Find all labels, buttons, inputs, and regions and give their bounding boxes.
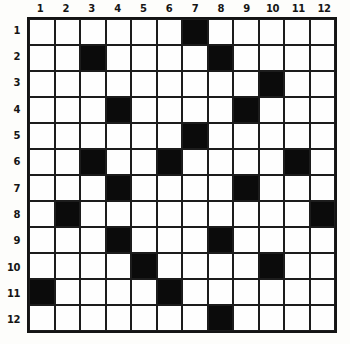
cell-r1c3[interactable] bbox=[80, 19, 106, 45]
column-label-12: 12 bbox=[311, 1, 337, 16]
cell-r8c5[interactable] bbox=[131, 201, 157, 227]
column-label-2: 2 bbox=[53, 1, 79, 16]
cell-r8c2-black bbox=[55, 201, 81, 227]
cell-r7c6[interactable] bbox=[157, 175, 183, 201]
cell-r10c11[interactable] bbox=[284, 253, 310, 279]
row-label-7: 7 bbox=[0, 175, 25, 201]
cell-r5c11[interactable] bbox=[284, 123, 310, 149]
row-label-12: 12 bbox=[0, 307, 25, 333]
cell-r12c8-black bbox=[208, 305, 234, 331]
cell-r1c7-black bbox=[182, 19, 208, 45]
cell-r7c12[interactable] bbox=[310, 175, 336, 201]
cell-r2c8-black bbox=[208, 45, 234, 71]
cell-r1c12[interactable] bbox=[310, 19, 336, 45]
cell-r5c12[interactable] bbox=[310, 123, 336, 149]
row-label-4: 4 bbox=[0, 96, 25, 122]
cell-r4c5[interactable] bbox=[131, 97, 157, 123]
row-label-10: 10 bbox=[0, 254, 25, 280]
cell-r3c7[interactable] bbox=[182, 71, 208, 97]
cell-r9c12[interactable] bbox=[310, 227, 336, 253]
cell-r2c9[interactable] bbox=[233, 45, 259, 71]
cell-r12c11[interactable] bbox=[284, 305, 310, 331]
cell-r9c9[interactable] bbox=[233, 227, 259, 253]
cell-r10c6[interactable] bbox=[157, 253, 183, 279]
cell-r12c4[interactable] bbox=[106, 305, 132, 331]
cell-r2c12[interactable] bbox=[310, 45, 336, 71]
cell-r10c2[interactable] bbox=[55, 253, 81, 279]
column-label-10: 10 bbox=[260, 1, 286, 16]
cell-r11c1-black bbox=[29, 279, 55, 305]
column-label-4: 4 bbox=[105, 1, 131, 16]
cell-r2c7[interactable] bbox=[182, 45, 208, 71]
cell-r8c9[interactable] bbox=[233, 201, 259, 227]
cell-r1c1[interactable] bbox=[29, 19, 55, 45]
cell-r12c12[interactable] bbox=[310, 305, 336, 331]
row-label-9: 9 bbox=[0, 228, 25, 254]
cell-r5c9[interactable] bbox=[233, 123, 259, 149]
cell-r11c5[interactable] bbox=[131, 279, 157, 305]
cell-r3c1[interactable] bbox=[29, 71, 55, 97]
cell-r7c11[interactable] bbox=[284, 175, 310, 201]
cell-r5c7-black bbox=[182, 123, 208, 149]
cell-r4c11[interactable] bbox=[284, 97, 310, 123]
cell-r12c3[interactable] bbox=[80, 305, 106, 331]
cell-r2c5[interactable] bbox=[131, 45, 157, 71]
cell-r6c1[interactable] bbox=[29, 149, 55, 175]
row-label-2: 2 bbox=[0, 43, 25, 69]
cell-r5c3[interactable] bbox=[80, 123, 106, 149]
cell-r4c9-black bbox=[233, 97, 259, 123]
row-label-11: 11 bbox=[0, 280, 25, 306]
row-label-8: 8 bbox=[0, 201, 25, 227]
cell-r12c9[interactable] bbox=[233, 305, 259, 331]
cell-r4c12[interactable] bbox=[310, 97, 336, 123]
row-label-5: 5 bbox=[0, 122, 25, 148]
cell-r9c3[interactable] bbox=[80, 227, 106, 253]
cell-r10c7[interactable] bbox=[182, 253, 208, 279]
cell-r3c5[interactable] bbox=[131, 71, 157, 97]
cell-r11c9[interactable] bbox=[233, 279, 259, 305]
cell-r9c2[interactable] bbox=[55, 227, 81, 253]
cell-r2c1[interactable] bbox=[29, 45, 55, 71]
cell-r9c7[interactable] bbox=[182, 227, 208, 253]
cell-r6c4[interactable] bbox=[106, 149, 132, 175]
cell-r4c1[interactable] bbox=[29, 97, 55, 123]
cell-r2c10[interactable] bbox=[259, 45, 285, 71]
cell-r3c2[interactable] bbox=[55, 71, 81, 97]
column-label-3: 3 bbox=[79, 1, 105, 16]
cell-r1c11[interactable] bbox=[284, 19, 310, 45]
cell-r4c2[interactable] bbox=[55, 97, 81, 123]
cell-r5c1[interactable] bbox=[29, 123, 55, 149]
column-label-1: 1 bbox=[27, 1, 53, 16]
cell-r1c6[interactable] bbox=[157, 19, 183, 45]
cell-r2c6[interactable] bbox=[157, 45, 183, 71]
cell-r12c10[interactable] bbox=[259, 305, 285, 331]
cell-r8c11[interactable] bbox=[284, 201, 310, 227]
cell-r9c8-black bbox=[208, 227, 234, 253]
row-label-1: 1 bbox=[0, 17, 25, 43]
cell-r11c10[interactable] bbox=[259, 279, 285, 305]
cell-r3c4[interactable] bbox=[106, 71, 132, 97]
cell-r2c3-black bbox=[80, 45, 106, 71]
puzzle-page: 123456789101112 123456789101112 bbox=[0, 0, 350, 344]
cell-r4c10[interactable] bbox=[259, 97, 285, 123]
row-label-3: 3 bbox=[0, 70, 25, 96]
cell-r8c10[interactable] bbox=[259, 201, 285, 227]
cell-r5c4[interactable] bbox=[106, 123, 132, 149]
cell-r9c11[interactable] bbox=[284, 227, 310, 253]
cell-r9c5[interactable] bbox=[131, 227, 157, 253]
cell-r3c12[interactable] bbox=[310, 71, 336, 97]
cell-r10c1[interactable] bbox=[29, 253, 55, 279]
row-labels: 123456789101112 bbox=[0, 17, 25, 333]
cell-r11c4[interactable] bbox=[106, 279, 132, 305]
column-label-9: 9 bbox=[234, 1, 260, 16]
cell-r11c8[interactable] bbox=[208, 279, 234, 305]
cell-r10c9[interactable] bbox=[233, 253, 259, 279]
cell-r6c7[interactable] bbox=[182, 149, 208, 175]
cell-r1c8[interactable] bbox=[208, 19, 234, 45]
cell-r12c6[interactable] bbox=[157, 305, 183, 331]
cell-r4c4-black bbox=[106, 97, 132, 123]
cell-r9c6[interactable] bbox=[157, 227, 183, 253]
cell-r10c4[interactable] bbox=[106, 253, 132, 279]
cell-r8c1[interactable] bbox=[29, 201, 55, 227]
cell-r7c1[interactable] bbox=[29, 175, 55, 201]
cell-r7c9-black bbox=[233, 175, 259, 201]
cell-r2c11[interactable] bbox=[284, 45, 310, 71]
cell-r1c4[interactable] bbox=[106, 19, 132, 45]
cell-r6c3-black bbox=[80, 149, 106, 175]
cell-r10c8[interactable] bbox=[208, 253, 234, 279]
cell-r7c8[interactable] bbox=[208, 175, 234, 201]
cell-r3c8[interactable] bbox=[208, 71, 234, 97]
cell-r6c8[interactable] bbox=[208, 149, 234, 175]
cell-r7c4-black bbox=[106, 175, 132, 201]
cell-r5c5[interactable] bbox=[131, 123, 157, 149]
cell-r3c3[interactable] bbox=[80, 71, 106, 97]
cell-r9c10[interactable] bbox=[259, 227, 285, 253]
cell-r8c7[interactable] bbox=[182, 201, 208, 227]
cell-r8c3[interactable] bbox=[80, 201, 106, 227]
column-labels: 123456789101112 bbox=[27, 1, 337, 16]
cell-r1c2[interactable] bbox=[55, 19, 81, 45]
cell-r8c8[interactable] bbox=[208, 201, 234, 227]
cell-r4c3[interactable] bbox=[80, 97, 106, 123]
cell-r7c5[interactable] bbox=[131, 175, 157, 201]
cell-r11c12[interactable] bbox=[310, 279, 336, 305]
cell-r4c6[interactable] bbox=[157, 97, 183, 123]
column-label-11: 11 bbox=[285, 1, 311, 16]
column-label-7: 7 bbox=[182, 1, 208, 16]
cell-r11c7[interactable] bbox=[182, 279, 208, 305]
column-label-6: 6 bbox=[156, 1, 182, 16]
column-label-8: 8 bbox=[208, 1, 234, 16]
cell-r3c11[interactable] bbox=[284, 71, 310, 97]
cell-r3c9[interactable] bbox=[233, 71, 259, 97]
cell-r8c4[interactable] bbox=[106, 201, 132, 227]
column-label-5: 5 bbox=[130, 1, 156, 16]
cell-r1c10[interactable] bbox=[259, 19, 285, 45]
row-label-6: 6 bbox=[0, 149, 25, 175]
cell-r7c10[interactable] bbox=[259, 175, 285, 201]
cell-r6c11-black bbox=[284, 149, 310, 175]
cell-r10c5-black bbox=[131, 253, 157, 279]
cell-r10c12[interactable] bbox=[310, 253, 336, 279]
cell-r3c10-black bbox=[259, 71, 285, 97]
cell-r11c6-black bbox=[157, 279, 183, 305]
cell-r12c7[interactable] bbox=[182, 305, 208, 331]
cell-r8c6[interactable] bbox=[157, 201, 183, 227]
cell-r7c2[interactable] bbox=[55, 175, 81, 201]
cell-r2c4[interactable] bbox=[106, 45, 132, 71]
cell-r6c6-black bbox=[157, 149, 183, 175]
cell-r10c10-black bbox=[259, 253, 285, 279]
cell-r6c9[interactable] bbox=[233, 149, 259, 175]
cell-r8c12-black bbox=[310, 201, 336, 227]
cell-r9c1[interactable] bbox=[29, 227, 55, 253]
cell-r5c2[interactable] bbox=[55, 123, 81, 149]
cell-r9c4-black bbox=[106, 227, 132, 253]
cell-r6c12[interactable] bbox=[310, 149, 336, 175]
cell-r3c6[interactable] bbox=[157, 71, 183, 97]
cell-r5c6[interactable] bbox=[157, 123, 183, 149]
cell-r2c2[interactable] bbox=[55, 45, 81, 71]
cell-r10c3[interactable] bbox=[80, 253, 106, 279]
cell-r5c10[interactable] bbox=[259, 123, 285, 149]
cell-r7c7[interactable] bbox=[182, 175, 208, 201]
cell-r11c2[interactable] bbox=[55, 279, 81, 305]
cell-r4c8[interactable] bbox=[208, 97, 234, 123]
cell-r5c8[interactable] bbox=[208, 123, 234, 149]
cell-r1c9[interactable] bbox=[233, 19, 259, 45]
cell-r6c2[interactable] bbox=[55, 149, 81, 175]
cell-r12c5[interactable] bbox=[131, 305, 157, 331]
cell-r12c2[interactable] bbox=[55, 305, 81, 331]
cell-r11c3[interactable] bbox=[80, 279, 106, 305]
cell-r6c5[interactable] bbox=[131, 149, 157, 175]
cell-r11c11[interactable] bbox=[284, 279, 310, 305]
cell-r12c1[interactable] bbox=[29, 305, 55, 331]
cell-r4c7[interactable] bbox=[182, 97, 208, 123]
crossword-board bbox=[27, 17, 337, 333]
cell-r1c5[interactable] bbox=[131, 19, 157, 45]
cell-r6c10[interactable] bbox=[259, 149, 285, 175]
cell-r7c3[interactable] bbox=[80, 175, 106, 201]
